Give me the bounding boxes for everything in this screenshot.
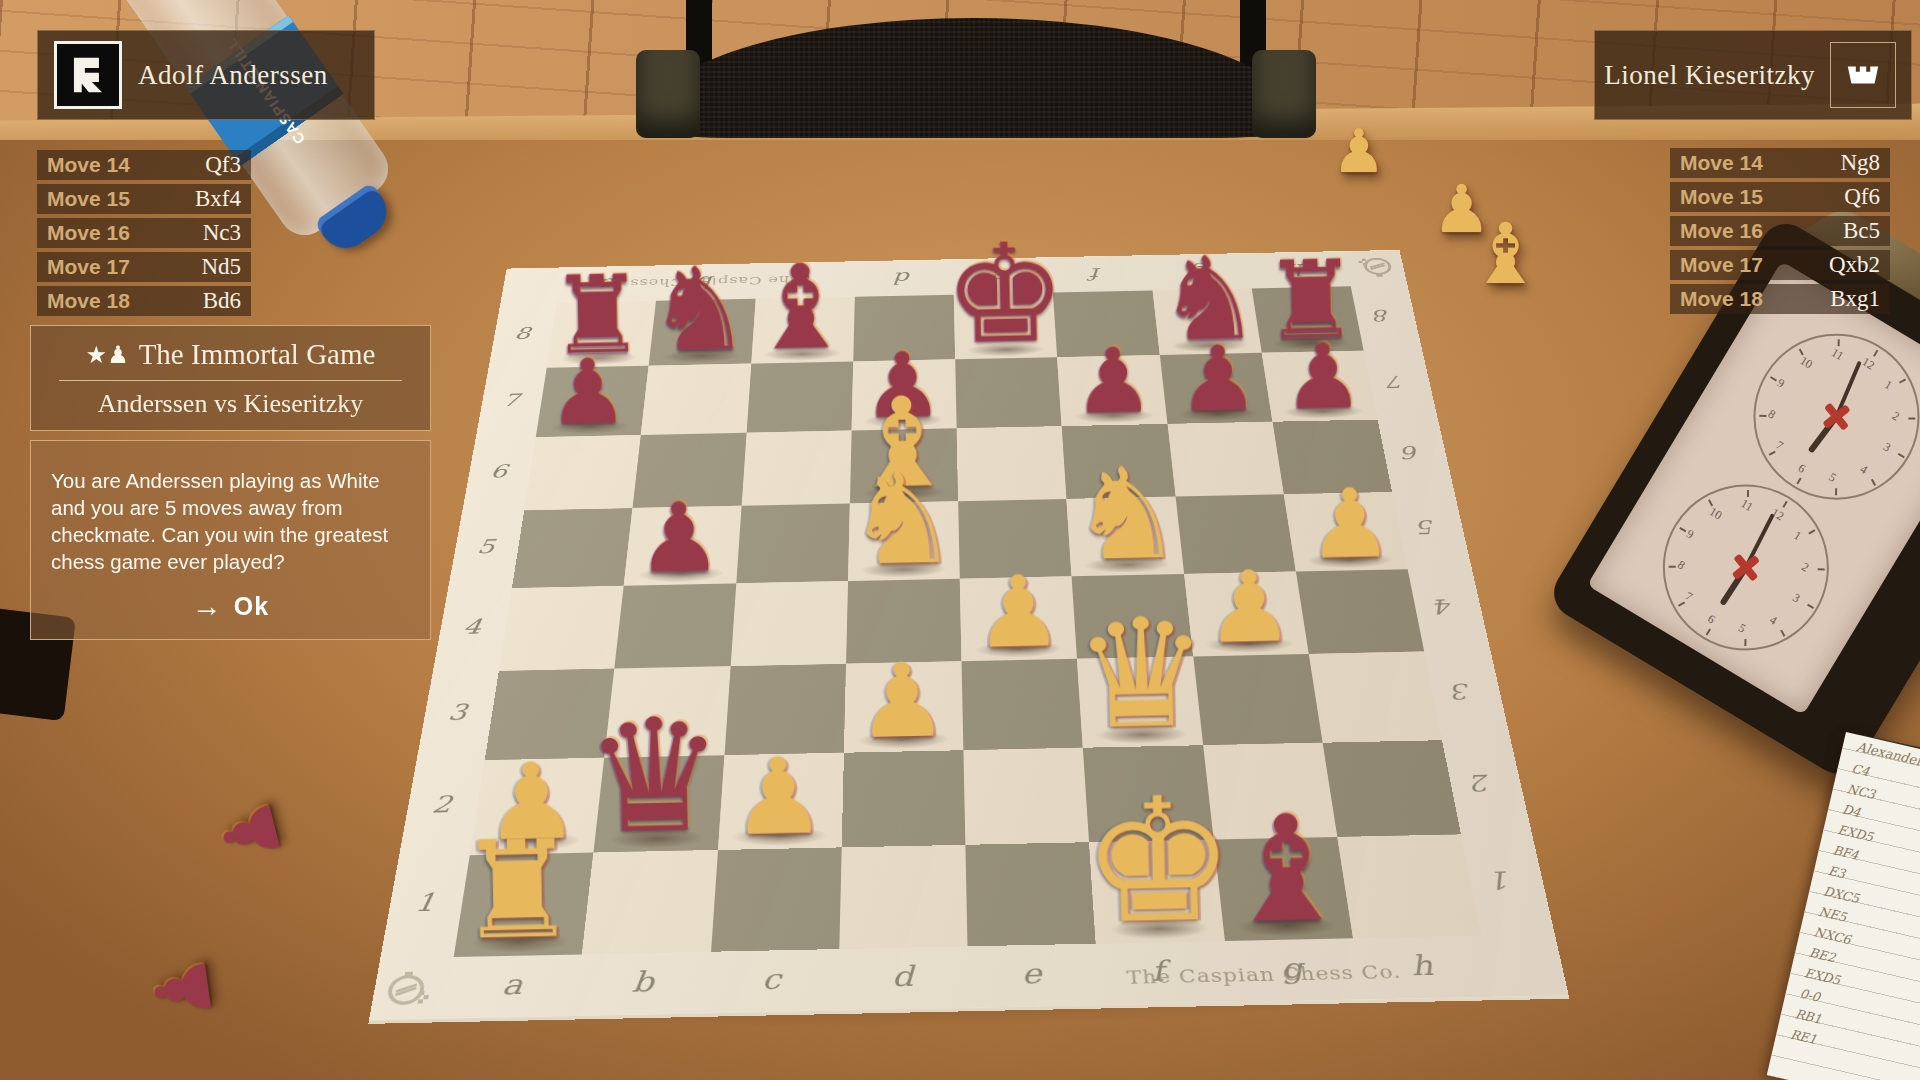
clock-numeral: 2 (1889, 409, 1902, 425)
file-label-near-a: a (500, 968, 525, 1001)
square-h7[interactable]: ♟ (1262, 351, 1378, 422)
black-king-e8[interactable]: ♚ (943, 230, 1068, 358)
clock-numeral: 3 (1790, 590, 1803, 606)
file-label-far-f: f (1092, 265, 1103, 284)
file-label-far-d: d (895, 269, 911, 288)
white-king-f1[interactable]: ♚ (1080, 780, 1237, 941)
black-pawn-g7[interactable]: ♟ (1177, 337, 1259, 421)
black-move-list: Move 14Ng8Move 15Qf6Move 16Bc5Move 17Qxb… (1670, 148, 1890, 318)
move-san: Bxf4 (195, 186, 241, 212)
square-b5[interactable]: ♟ (624, 506, 741, 586)
clock-numeral: 5 (1736, 620, 1749, 636)
square-d5[interactable]: ♞ (848, 501, 960, 581)
square-b4[interactable] (615, 583, 736, 668)
clock-red-star-hub (1723, 544, 1770, 591)
file-label-near-d: d (892, 960, 914, 993)
board-brand-text: The Caspian Chess Co. (1126, 962, 1403, 988)
white-pawn-h5[interactable]: ♟ (1307, 479, 1394, 569)
white-move-row: Move 16Nc3 (37, 218, 251, 248)
white-pawn-e4[interactable]: ♟ (973, 566, 1063, 659)
square-g7[interactable]: ♟ (1159, 353, 1272, 424)
black-move-row: Move 17Qxb2 (1670, 250, 1890, 280)
square-d1[interactable] (839, 845, 967, 949)
clock-numeral: 10 (1707, 504, 1725, 523)
move-san: Bxg1 (1830, 286, 1880, 312)
square-d2[interactable] (841, 750, 965, 847)
clock-numeral: 5 (1826, 470, 1839, 486)
move-san: Nd5 (201, 254, 241, 280)
white-pawn-c2[interactable]: ♟ (730, 747, 827, 846)
square-b2[interactable]: ♛ (594, 755, 724, 853)
square-c7[interactable] (746, 362, 853, 433)
rank-label-right-5: 5 (1416, 515, 1438, 538)
message-line: and you are 5 moves away from (51, 494, 410, 521)
square-e3[interactable] (962, 659, 1083, 750)
message-line: You are Anderssen playing as White (51, 467, 410, 494)
square-a4[interactable] (499, 586, 624, 671)
move-san: Nc3 (203, 220, 241, 246)
white-queen-f3[interactable]: ♛ (1072, 604, 1210, 745)
clock-numeral: 10 (1797, 353, 1815, 372)
move-number-label: Move 14 (47, 153, 130, 177)
white-move-row: Move 14Qf3 (37, 150, 251, 180)
square-e7[interactable] (955, 357, 1062, 428)
clock-numeral: 11 (1828, 346, 1846, 365)
event-panel: ★♟ The Immortal Game Anderssen vs Kieser… (30, 325, 431, 431)
clock-numeral: 2 (1799, 560, 1812, 576)
square-e4[interactable]: ♟ (960, 576, 1077, 661)
message-line: checkmate. Can you win the greatest (51, 521, 410, 548)
square-b7[interactable] (641, 364, 751, 435)
white-move-row: Move 15Bxf4 (37, 184, 251, 214)
move-number-label: Move 15 (47, 187, 130, 211)
square-f7[interactable]: ♟ (1057, 355, 1167, 426)
black-queen-b2[interactable]: ♛ (583, 704, 725, 850)
move-number-label: Move 15 (1680, 185, 1763, 209)
rank-label-left-3: 3 (446, 699, 469, 725)
rank-label-left-4: 4 (461, 615, 483, 639)
rank-label-right-8: 8 (1372, 306, 1392, 325)
square-e2[interactable] (963, 747, 1089, 844)
rank-label-right-7: 7 (1386, 372, 1406, 392)
chair-armrest (636, 50, 700, 138)
square-c1[interactable] (711, 847, 842, 952)
clock-numeral: 9 (1774, 376, 1787, 392)
square-g1[interactable]: ♝ (1213, 837, 1353, 941)
ok-button-label: Ok (234, 592, 269, 621)
clock-numeral: 4 (1857, 462, 1870, 478)
black-knight-b8[interactable]: ♞ (646, 256, 751, 364)
rank-label-right-1: 1 (1489, 865, 1515, 895)
white-player-name: Adolf Anderssen (138, 60, 328, 91)
chessboard: ♜♞♝♚♞♜♟♟♟♟♟♝♟♞♞♟♟♟♟♛♟♛♟♜♚♝ The Caspian C… (301, 154, 1618, 1021)
square-h4[interactable] (1296, 569, 1425, 654)
crown-icon (1830, 42, 1896, 108)
white-knight-d5[interactable]: ♞ (845, 460, 961, 578)
square-a1[interactable]: ♜ (454, 852, 594, 957)
move-number-label: Move 18 (47, 289, 130, 313)
square-a6[interactable] (524, 435, 641, 510)
white-player-card: Adolf Anderssen (37, 30, 375, 120)
square-a7[interactable]: ♟ (536, 366, 649, 437)
square-e8[interactable]: ♚ (954, 293, 1057, 360)
move-number-label: Move 14 (1680, 151, 1763, 175)
black-player-name: Lionel Kieseritzky (1604, 60, 1815, 91)
message-line: chess game ever played? (51, 548, 410, 575)
rank-label-right-3: 3 (1450, 678, 1474, 704)
star-pawn-icon: ★♟ (86, 343, 129, 367)
captured-black-pawn: ♟ (142, 951, 225, 1027)
clock-numeral: 6 (1705, 612, 1718, 628)
clock-numeral: 8 (1765, 406, 1778, 422)
rank-label-left-6: 6 (489, 460, 509, 482)
black-pawn-f7[interactable]: ♟ (1072, 339, 1154, 423)
ok-button[interactable]: → Ok (51, 591, 410, 621)
black-move-row: Move 15Qf6 (1670, 182, 1890, 212)
black-bishop-c8[interactable]: ♝ (748, 252, 855, 361)
board-surface: ♜♞♝♚♞♜♟♟♟♟♟♝♟♞♞♟♟♟♟♛♟♛♟♜♚♝ The Caspian C… (369, 250, 1569, 1021)
square-f3[interactable]: ♛ (1077, 657, 1202, 748)
move-number-label: Move 16 (1680, 219, 1763, 243)
event-title: The Immortal Game (139, 338, 376, 371)
board-grid: ♜♞♝♚♞♜♟♟♟♟♟♝♟♞♞♟♟♟♟♛♟♛♟♜♚♝ (454, 286, 1482, 957)
clock-numeral: 6 (1795, 461, 1808, 477)
rank-label-left-1: 1 (413, 887, 438, 917)
square-f5[interactable]: ♞ (1067, 496, 1184, 576)
black-bishop-g1[interactable]: ♝ (1220, 800, 1354, 938)
square-h1[interactable] (1337, 834, 1481, 938)
clock-numeral: 11 (1738, 496, 1756, 515)
rank-label-left-8: 8 (513, 324, 532, 343)
square-c6[interactable] (741, 430, 851, 505)
message-panel: You are Anderssen playing as White and y… (30, 440, 431, 640)
square-d3[interactable]: ♟ (844, 661, 964, 752)
clock-numeral: 12 (1859, 354, 1877, 373)
clock-numeral: 3 (1880, 439, 1893, 455)
square-c4[interactable] (730, 581, 848, 666)
arrow-right-icon: → (192, 591, 222, 621)
clock-numeral: 1 (1791, 528, 1804, 544)
file-label-near-f: f (1150, 954, 1165, 987)
move-number-label: Move 18 (1680, 287, 1763, 311)
move-san: Qxb2 (1829, 252, 1880, 278)
rank-label-right-4: 4 (1433, 594, 1456, 618)
square-c8[interactable]: ♝ (751, 297, 855, 364)
file-label-near-e: e (1021, 957, 1042, 990)
black-pawn-h7[interactable]: ♟ (1283, 335, 1365, 419)
square-g6[interactable] (1167, 421, 1284, 496)
black-player-card: Lionel Kieseritzky (1594, 30, 1912, 120)
file-label-near-h: h (1408, 949, 1435, 982)
clock-numeral: 9 (1683, 526, 1696, 542)
square-e6[interactable] (957, 426, 1067, 501)
file-label-near-c: c (761, 962, 781, 995)
clock-numeral: 1 (1881, 377, 1894, 393)
white-move-list: Move 14Qf3Move 15Bxf4Move 16Nc3Move 17Nd… (37, 150, 251, 320)
move-number-label: Move 16 (47, 221, 130, 245)
black-move-row: Move 14Ng8 (1670, 148, 1890, 178)
move-san: Ng8 (1840, 150, 1880, 176)
move-number-label: Move 17 (1680, 253, 1763, 277)
white-move-row: Move 17Nd5 (37, 252, 251, 282)
square-b8[interactable]: ♞ (649, 299, 756, 366)
white-pawn-d3[interactable]: ♟ (856, 654, 949, 750)
move-san: Bc5 (1843, 218, 1880, 244)
black-pawn-b5[interactable]: ♟ (635, 493, 722, 583)
caspian-stopwatch-logo (379, 966, 438, 1010)
black-move-row: Move 16Bc5 (1670, 216, 1890, 246)
clock-numeral: 4 (1767, 613, 1780, 629)
square-a5[interactable] (512, 508, 633, 588)
clock-numeral: 8 (1675, 557, 1688, 573)
move-number-label: Move 17 (47, 255, 130, 279)
black-move-row: Move 18Bxg1 (1670, 284, 1890, 314)
move-san: Qf6 (1844, 184, 1880, 210)
square-h5[interactable]: ♟ (1284, 492, 1408, 572)
white-pawn-g4[interactable]: ♟ (1204, 561, 1294, 654)
game-scene: CASPIAN STILL 121234567891011 1212345678… (0, 0, 1920, 1080)
rank-label-left-7: 7 (501, 390, 520, 410)
rank-label-left-5: 5 (476, 535, 497, 558)
square-g3[interactable] (1193, 654, 1322, 745)
r-logo-icon (54, 41, 122, 109)
square-b1[interactable] (582, 850, 717, 955)
black-pawn-a7[interactable]: ♟ (547, 350, 629, 434)
white-rook-a1[interactable]: ♜ (455, 827, 579, 954)
square-c5[interactable] (736, 503, 850, 583)
square-f1[interactable]: ♚ (1089, 839, 1224, 943)
event-subtitle: Anderssen vs Kieseritzky (98, 389, 364, 418)
rank-label-right-2: 2 (1469, 769, 1494, 797)
move-san: Qf3 (205, 152, 241, 178)
square-e1[interactable] (965, 842, 1096, 946)
caspian-stopwatch-logo (1354, 255, 1398, 280)
move-san: Bd6 (203, 288, 241, 314)
chair-armrest (1252, 50, 1316, 138)
square-h3[interactable] (1309, 652, 1442, 743)
divider (59, 380, 402, 381)
rank-label-right-6: 6 (1401, 441, 1422, 462)
rank-label-left-2: 2 (430, 790, 454, 818)
file-label-near-b: b (631, 965, 656, 998)
white-knight-f5[interactable]: ♞ (1069, 455, 1185, 573)
square-c2[interactable]: ♟ (718, 752, 844, 849)
white-move-row: Move 18Bd6 (37, 286, 251, 316)
